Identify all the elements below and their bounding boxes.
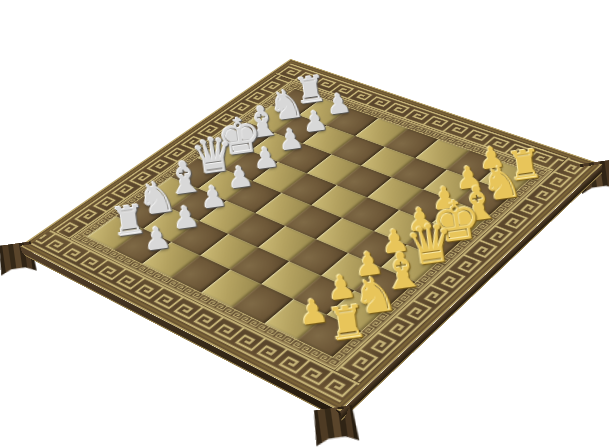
- perspective-wrap: ♜♞♝♛♚♝♞♜♟♟♟♟♟♟♟♟♟♟♟♟♟♟♟♟♜♞♝♛♚♝♞♜: [76, 0, 546, 440]
- chess-board: ♜♞♝♛♚♝♞♜♟♟♟♟♟♟♟♟♟♟♟♟♟♟♟♟♜♞♝♛♚♝♞♜: [20, 59, 603, 412]
- photo-rotation: ♜♞♝♛♚♝♞♜♟♟♟♟♟♟♟♟♟♟♟♟♟♟♟♟♜♞♝♛♚♝♞♜: [0, 0, 609, 448]
- board-foot-front: [311, 405, 359, 447]
- piece-gold-rook-a1[interactable]: ♜: [322, 297, 374, 349]
- piece-silver-pawn-a7[interactable]: ♟: [135, 221, 180, 257]
- board-scene: ♜♞♝♛♚♝♞♜♟♟♟♟♟♟♟♟♟♟♟♟♟♟♟♟♜♞♝♛♚♝♞♜: [0, 0, 609, 448]
